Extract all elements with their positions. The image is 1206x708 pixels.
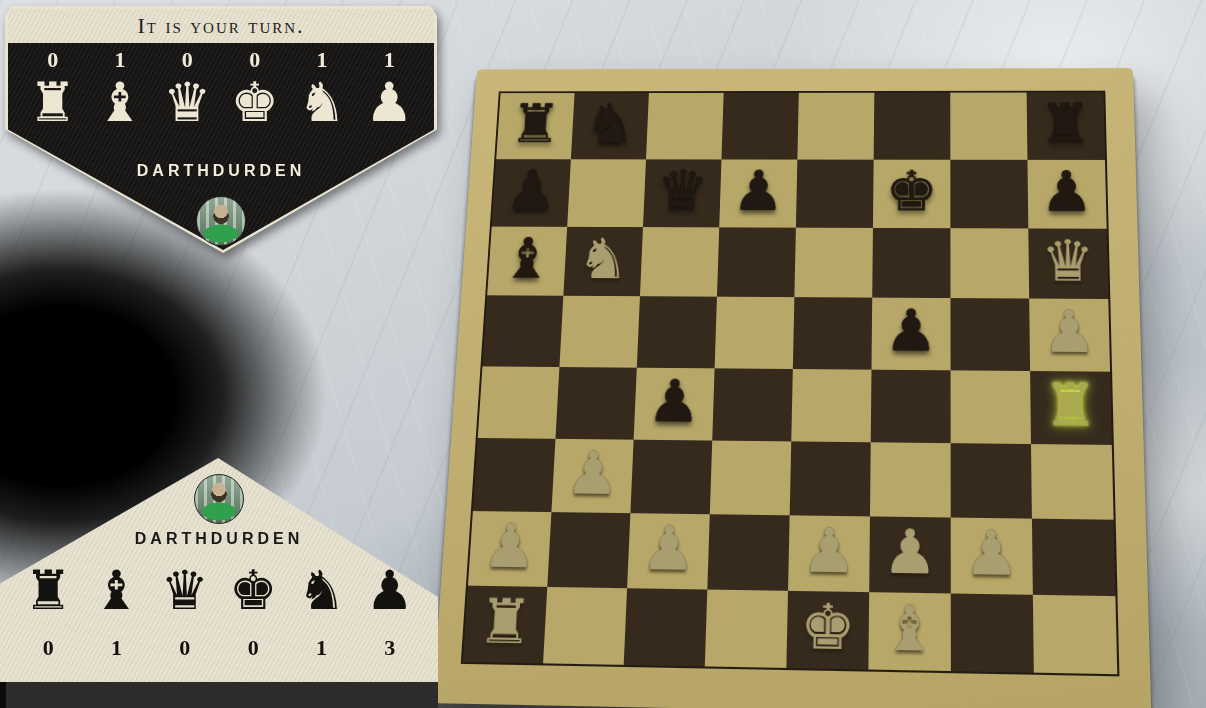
captured-black-king-count: 0 — [248, 636, 259, 660]
square-f4[interactable] — [871, 369, 951, 443]
black-king[interactable]: ♚ — [885, 163, 938, 219]
black-queen-icon: ♛ — [161, 562, 209, 620]
square-f3[interactable] — [870, 442, 951, 517]
square-e1[interactable]: ♚ — [786, 591, 869, 670]
square-g5[interactable] — [950, 298, 1030, 370]
black-rook[interactable]: ♜ — [509, 97, 563, 151]
square-g4[interactable] — [951, 370, 1031, 444]
square-d6[interactable] — [717, 228, 796, 298]
captured-white-rook-count: 0 — [47, 48, 58, 72]
square-b2[interactable] — [547, 512, 630, 588]
square-b3[interactable]: ♟ — [551, 438, 633, 512]
square-d1[interactable] — [705, 589, 788, 668]
white-rook-icon: ♜ — [28, 74, 76, 132]
chess-board: ♜♞♜♟♛♟♚♟♝♞♛♟♟♟♜♟♟♟♟♟♟♜♚♝ — [461, 91, 1120, 677]
square-g3[interactable] — [951, 443, 1032, 519]
turn-status-banner: It is your turn. — [8, 9, 434, 43]
black-bishop[interactable]: ♝ — [500, 231, 555, 287]
captured-black-bishop-count: 1 — [111, 636, 122, 660]
square-d5[interactable] — [715, 297, 795, 368]
white-knight-icon: ♞ — [298, 74, 346, 132]
square-f1[interactable]: ♝ — [868, 592, 950, 671]
white-pawn[interactable]: ♟ — [882, 520, 938, 582]
captured-white-pawn-count: 1 — [384, 48, 395, 72]
captured-white-bishop-count: 1 — [114, 48, 125, 72]
opponent-avatar[interactable] — [196, 196, 246, 246]
black-bishop-icon: ♝ — [92, 562, 140, 620]
captured-white-knight-count: 1 — [316, 48, 327, 72]
player-avatar[interactable] — [194, 474, 244, 524]
square-d3[interactable] — [710, 440, 791, 515]
square-a1[interactable]: ♜ — [463, 586, 547, 664]
white-queen-icon: ♛ — [163, 74, 211, 132]
turn-status-text: It is your turn. — [137, 13, 304, 39]
player-name: DARTHDURDEN — [0, 530, 438, 548]
square-e6[interactable] — [794, 228, 873, 298]
square-b5[interactable] — [559, 296, 639, 367]
square-c2[interactable]: ♟ — [627, 513, 710, 589]
captured-black-piece-icons: ♜ ♝ ♛ ♚ ♞ ♟ — [14, 562, 424, 620]
square-f8[interactable] — [874, 93, 951, 160]
white-pawn[interactable]: ♟ — [964, 522, 1020, 584]
black-pawn[interactable]: ♟ — [1040, 164, 1094, 220]
white-pawn-icon: ♟ — [365, 74, 413, 132]
square-f7[interactable]: ♚ — [873, 160, 950, 229]
captured-white-queen-count: 0 — [182, 48, 193, 72]
black-pawn[interactable]: ♟ — [884, 302, 938, 360]
square-g2[interactable]: ♟ — [951, 517, 1033, 594]
square-f2[interactable]: ♟ — [869, 516, 951, 593]
square-e3[interactable] — [790, 441, 871, 516]
black-queen[interactable]: ♛ — [656, 163, 710, 218]
white-bishop-icon: ♝ — [96, 74, 144, 132]
captured-black-queen-count: 0 — [179, 636, 190, 660]
square-c6[interactable] — [640, 227, 719, 297]
square-h1[interactable] — [1033, 595, 1117, 675]
white-pawn[interactable]: ♟ — [801, 519, 857, 581]
square-c1[interactable] — [624, 588, 708, 666]
square-c8[interactable] — [646, 93, 724, 160]
chess-board-area: ♜♞♜♟♛♟♚♟♝♞♛♟♟♟♜♟♟♟♟♟♟♜♚♝ — [449, 44, 1139, 704]
square-f6[interactable] — [872, 228, 950, 298]
square-a7[interactable]: ♟ — [492, 159, 571, 227]
square-c5[interactable] — [637, 297, 717, 368]
white-knight[interactable]: ♞ — [576, 231, 631, 287]
square-f5[interactable]: ♟ — [871, 298, 950, 370]
square-b1[interactable] — [543, 587, 627, 665]
white-pawn[interactable]: ♟ — [640, 517, 697, 579]
white-bishop[interactable]: ♝ — [882, 596, 938, 660]
square-h6[interactable]: ♛ — [1028, 229, 1108, 300]
black-knight[interactable]: ♞ — [583, 97, 637, 151]
black-pawn[interactable]: ♟ — [732, 163, 785, 218]
white-rook[interactable]: ♜ — [476, 590, 534, 653]
square-c4[interactable]: ♟ — [634, 367, 715, 440]
white-pawn[interactable]: ♟ — [565, 443, 621, 503]
black-rook[interactable]: ♜ — [1039, 96, 1092, 151]
captured-white-counts: 0 1 0 0 1 1 — [19, 48, 423, 72]
captured-white-king-count: 0 — [249, 48, 260, 72]
square-h4[interactable]: ♜ — [1030, 371, 1112, 445]
square-e8[interactable] — [797, 93, 874, 160]
square-a4[interactable] — [478, 366, 560, 439]
square-b8[interactable]: ♞ — [571, 93, 649, 160]
square-c3[interactable] — [630, 439, 712, 514]
square-c7[interactable]: ♛ — [643, 159, 721, 227]
black-pawn[interactable]: ♟ — [647, 371, 702, 430]
square-d8[interactable] — [721, 93, 798, 160]
square-d7[interactable]: ♟ — [719, 160, 797, 228]
white-rook[interactable]: ♜ — [1043, 375, 1099, 435]
square-e7[interactable] — [796, 160, 874, 228]
square-h2[interactable] — [1032, 518, 1115, 596]
square-b4[interactable] — [555, 367, 636, 440]
black-king-icon: ♚ — [229, 562, 277, 620]
captured-black-counts: 0 1 0 0 1 3 — [14, 636, 424, 660]
captured-black-knight-count: 1 — [316, 636, 327, 660]
square-g8[interactable] — [950, 93, 1027, 160]
captured-white-piece-icons: ♜ ♝ ♛ ♚ ♞ ♟ — [19, 74, 423, 132]
square-h7[interactable]: ♟ — [1027, 160, 1106, 229]
square-e5[interactable] — [793, 297, 872, 369]
opponent-panel: It is your turn. 0 1 0 0 1 1 ♜ ♝ ♛ ♚ ♞ ♟… — [5, 6, 437, 253]
white-queen[interactable]: ♛ — [1041, 233, 1096, 290]
black-pawn[interactable]: ♟ — [504, 163, 558, 218]
player-panel: DARTHDURDEN ♜ ♝ ♛ ♚ ♞ ♟ 0 1 0 0 1 3 — [0, 458, 438, 708]
black-knight-icon: ♞ — [297, 562, 345, 620]
white-king[interactable]: ♚ — [800, 595, 857, 659]
square-d4[interactable] — [712, 368, 793, 441]
board-frame: ♜♞♜♟♛♟♚♟♝♞♛♟♟♟♜♟♟♟♟♟♟♜♚♝ — [433, 68, 1152, 708]
square-g6[interactable] — [950, 228, 1029, 298]
square-h8[interactable]: ♜ — [1027, 92, 1105, 160]
square-a2[interactable]: ♟ — [468, 511, 551, 587]
square-e4[interactable] — [791, 369, 871, 442]
square-b6[interactable]: ♞ — [563, 227, 643, 296]
white-pawn[interactable]: ♟ — [481, 515, 538, 576]
square-b7[interactable] — [567, 159, 646, 227]
white-pawn[interactable]: ♟ — [1042, 303, 1097, 361]
square-d2[interactable] — [707, 514, 789, 591]
captured-black-rook-count: 0 — [43, 636, 54, 660]
player-panel-base-strip — [0, 682, 438, 708]
square-a6[interactable]: ♝ — [487, 227, 567, 296]
square-h3[interactable] — [1031, 444, 1114, 520]
captured-black-pawn-count: 3 — [384, 636, 395, 660]
square-g7[interactable] — [950, 160, 1028, 229]
square-e2[interactable]: ♟ — [788, 515, 870, 592]
black-rook-icon: ♜ — [24, 562, 72, 620]
square-a3[interactable] — [473, 438, 556, 512]
square-g1[interactable] — [951, 593, 1034, 672]
square-a5[interactable] — [483, 296, 564, 367]
black-pawn-icon: ♟ — [366, 562, 414, 620]
opponent-name: DARTHDURDEN — [5, 162, 437, 180]
white-king-icon: ♚ — [230, 74, 278, 132]
square-h5[interactable]: ♟ — [1029, 299, 1110, 371]
square-a8[interactable]: ♜ — [496, 93, 574, 159]
